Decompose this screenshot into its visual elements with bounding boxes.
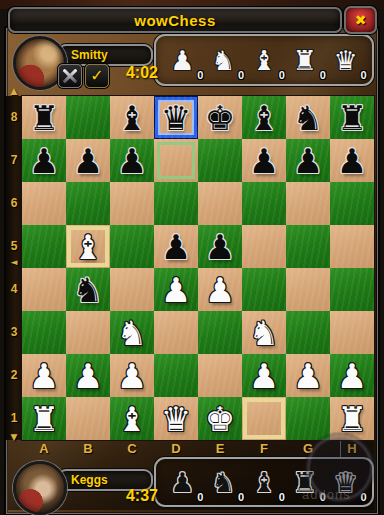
square-g2[interactable]: ♟ xyxy=(286,354,330,397)
square-h1[interactable]: ♜ xyxy=(330,397,374,440)
piece-white-pawn: ♟ xyxy=(337,359,367,393)
file-label-a: A xyxy=(22,441,66,457)
tray-bottom: ♟0♞0♝0♜0♛0 xyxy=(154,457,374,507)
piece-white-pawn: ♟ xyxy=(293,359,323,393)
square-e3[interactable] xyxy=(198,311,242,354)
close-icon: ✖ xyxy=(355,12,367,28)
piece-white-pawn: ♟ xyxy=(161,273,191,307)
avatar-keggs xyxy=(13,461,67,515)
captured-white-pawn: ♟0 xyxy=(165,37,199,83)
square-d6[interactable] xyxy=(154,182,198,225)
square-g7[interactable]: ♟ xyxy=(286,139,330,182)
square-h6[interactable] xyxy=(330,182,374,225)
rank-label-8: 8 xyxy=(6,96,22,139)
clock-bottom: 4:37 xyxy=(112,487,158,505)
square-d2[interactable] xyxy=(154,354,198,397)
square-d1[interactable]: ♛ xyxy=(154,397,198,440)
captured-white-rook: ♜0 xyxy=(288,37,322,83)
captured-count: 0 xyxy=(320,69,326,81)
captured-black-rook: ♜0 xyxy=(288,459,322,505)
piece-black-king: ♚ xyxy=(205,101,235,135)
square-c3[interactable]: ♞ xyxy=(110,311,154,354)
captured-count: 0 xyxy=(320,491,326,503)
square-g5[interactable] xyxy=(286,225,330,268)
piece-white-rook: ♜ xyxy=(337,402,367,436)
square-a6[interactable] xyxy=(22,182,66,225)
piece-white-knight: ♞ xyxy=(117,316,147,350)
square-c1[interactable]: ♝ xyxy=(110,397,154,440)
piece-white-rook: ♜ xyxy=(29,402,59,436)
square-e7[interactable] xyxy=(198,139,242,182)
piece-black-bishop: ♝ xyxy=(117,101,147,135)
square-b8[interactable] xyxy=(66,96,110,139)
rank-label-3: 3 xyxy=(6,311,22,354)
square-c2[interactable]: ♟ xyxy=(110,354,154,397)
scroll-down-arrow[interactable]: ▼ xyxy=(6,432,22,442)
square-f1[interactable] xyxy=(242,397,286,440)
square-h5[interactable] xyxy=(330,225,374,268)
square-a5[interactable] xyxy=(22,225,66,268)
captured-count: 0 xyxy=(279,491,285,503)
square-g8[interactable]: ♞ xyxy=(286,96,330,139)
square-b2[interactable]: ♟ xyxy=(66,354,110,397)
square-b1[interactable] xyxy=(66,397,110,440)
square-h8[interactable]: ♜ xyxy=(330,96,374,139)
captured-white-bishop: ♝0 xyxy=(247,37,281,83)
clock-top: 4:02 xyxy=(112,64,158,82)
captured-white-queen: ♛0 xyxy=(329,37,363,83)
piece-black-rook: ♜ xyxy=(29,101,59,135)
captured-count: 0 xyxy=(238,491,244,503)
rank-label-6: 6 xyxy=(6,182,22,225)
white-knight-icon: ♞ xyxy=(211,47,235,74)
challenge-button[interactable] xyxy=(58,64,82,88)
captured-count: 0 xyxy=(197,69,203,81)
piece-black-rook: ♜ xyxy=(337,101,367,135)
square-e8[interactable]: ♚ xyxy=(198,96,242,139)
black-queen-icon: ♛ xyxy=(333,469,357,496)
square-f6[interactable] xyxy=(242,182,286,225)
piece-white-knight: ♞ xyxy=(249,316,279,350)
piece-black-pawn: ♟ xyxy=(161,230,191,264)
piece-white-pawn: ♟ xyxy=(205,273,235,307)
square-d8[interactable]: ♛ xyxy=(154,96,198,139)
square-e4[interactable]: ♟ xyxy=(198,268,242,311)
piece-white-bishop: ♝ xyxy=(73,230,103,264)
square-c8[interactable]: ♝ xyxy=(110,96,154,139)
square-g3[interactable] xyxy=(286,311,330,354)
square-c7[interactable]: ♟ xyxy=(110,139,154,182)
square-a2[interactable]: ♟ xyxy=(22,354,66,397)
piece-white-pawn: ♟ xyxy=(249,359,279,393)
file-label-h: H xyxy=(330,441,374,457)
file-label-e: E xyxy=(198,441,242,457)
captured-black-queen: ♛0 xyxy=(329,459,363,505)
rank-label-7: 7 xyxy=(6,139,22,182)
square-e5[interactable]: ♟ xyxy=(198,225,242,268)
piece-white-queen: ♛ xyxy=(161,402,191,436)
file-label-f: F xyxy=(242,441,286,457)
rank-label-2: 2 xyxy=(6,354,22,397)
checkmark-icon: ✓ xyxy=(90,68,103,84)
nameplate-top: Smitty xyxy=(57,44,153,66)
captured-white-knight: ♞0 xyxy=(206,37,240,83)
square-e2[interactable] xyxy=(198,354,242,397)
piece-black-knight: ♞ xyxy=(293,101,323,135)
square-e1[interactable]: ♚ xyxy=(198,397,242,440)
wowchess-window: wowChess ✖ Smitty ✓ 4:02 ♟0♞0♝0♜0♛0 8765… xyxy=(0,0,384,515)
square-f4[interactable] xyxy=(242,268,286,311)
square-b5[interactable]: ♝ xyxy=(66,225,110,268)
square-f3[interactable]: ♞ xyxy=(242,311,286,354)
piece-black-pawn: ♟ xyxy=(117,144,147,178)
square-h7[interactable]: ♟ xyxy=(330,139,374,182)
piece-black-pawn: ♟ xyxy=(293,144,323,178)
square-a3[interactable] xyxy=(22,311,66,354)
piece-black-pawn: ♟ xyxy=(337,144,367,178)
square-d5[interactable]: ♟ xyxy=(154,225,198,268)
square-h4[interactable] xyxy=(330,268,374,311)
piece-white-pawn: ♟ xyxy=(29,359,59,393)
board: ♜♝♛♚♝♞♜♟♟♟♟♟♟♝♟♟♞♟♟♞♞♟♟♟♟♟♟♜♝♛♚♜ xyxy=(22,96,374,440)
captured-count: 0 xyxy=(197,491,203,503)
square-b4[interactable]: ♞ xyxy=(66,268,110,311)
square-f8[interactable]: ♝ xyxy=(242,96,286,139)
square-d7[interactable] xyxy=(154,139,198,182)
piece-white-bishop: ♝ xyxy=(117,402,147,436)
square-e6[interactable] xyxy=(198,182,242,225)
square-a7[interactable]: ♟ xyxy=(22,139,66,182)
piece-black-queen: ♛ xyxy=(161,101,191,135)
square-f2[interactable]: ♟ xyxy=(242,354,286,397)
white-rook-icon: ♜ xyxy=(293,47,317,74)
scroll-up-arrow[interactable]: ▲ xyxy=(6,86,22,96)
square-f5[interactable] xyxy=(242,225,286,268)
scroll-left-arrow[interactable]: ◄ xyxy=(6,257,22,267)
file-label-b: B xyxy=(66,441,110,457)
accept-button[interactable]: ✓ xyxy=(85,64,109,88)
captured-black-knight: ♞0 xyxy=(206,459,240,505)
captured-black-pawn: ♟0 xyxy=(165,459,199,505)
square-d4[interactable]: ♟ xyxy=(154,268,198,311)
captured-count: 0 xyxy=(279,69,285,81)
window-title: wowChess xyxy=(134,12,216,29)
square-c4[interactable] xyxy=(110,268,154,311)
piece-black-pawn: ♟ xyxy=(73,144,103,178)
rank-label-4: 4 xyxy=(6,268,22,311)
black-bishop-icon: ♝ xyxy=(252,469,276,496)
captured-count: 0 xyxy=(360,491,366,503)
file-labels: ABCDEFGH xyxy=(22,441,374,457)
square-f7[interactable]: ♟ xyxy=(242,139,286,182)
close-button[interactable]: ✖ xyxy=(344,6,377,34)
piece-black-pawn: ♟ xyxy=(249,144,279,178)
square-g4[interactable] xyxy=(286,268,330,311)
piece-white-pawn: ♟ xyxy=(73,359,103,393)
captured-count: 0 xyxy=(238,69,244,81)
piece-black-pawn: ♟ xyxy=(29,144,59,178)
piece-black-bishop: ♝ xyxy=(249,101,279,135)
black-pawn-icon: ♟ xyxy=(170,469,194,496)
square-c5[interactable] xyxy=(110,225,154,268)
square-d3[interactable] xyxy=(154,311,198,354)
square-b3[interactable] xyxy=(66,311,110,354)
file-label-c: C xyxy=(110,441,154,457)
piece-white-king: ♚ xyxy=(205,402,235,436)
white-queen-icon: ♛ xyxy=(333,47,357,74)
square-c6[interactable] xyxy=(110,182,154,225)
black-knight-icon: ♞ xyxy=(211,469,235,496)
captured-black-bishop: ♝0 xyxy=(247,459,281,505)
white-pawn-icon: ♟ xyxy=(170,47,194,74)
rank-labels: 87654321 xyxy=(6,96,22,440)
piece-black-pawn: ♟ xyxy=(205,230,235,264)
file-label-g: G xyxy=(286,441,330,457)
captured-count: 0 xyxy=(360,69,366,81)
title-bar[interactable]: wowChess xyxy=(8,7,342,33)
file-label-d: D xyxy=(154,441,198,457)
tray-top: ♟0♞0♝0♜0♛0 xyxy=(154,34,374,86)
black-rook-icon: ♜ xyxy=(293,469,317,496)
square-b7[interactable]: ♟ xyxy=(66,139,110,182)
square-a1[interactable]: ♜ xyxy=(22,397,66,440)
square-g1[interactable] xyxy=(286,397,330,440)
square-a8[interactable]: ♜ xyxy=(22,96,66,139)
white-bishop-icon: ♝ xyxy=(252,47,276,74)
square-a4[interactable] xyxy=(22,268,66,311)
piece-black-knight: ♞ xyxy=(73,273,103,307)
piece-white-pawn: ♟ xyxy=(117,359,147,393)
square-g6[interactable] xyxy=(286,182,330,225)
square-h2[interactable]: ♟ xyxy=(330,354,374,397)
square-b6[interactable] xyxy=(66,182,110,225)
square-h3[interactable] xyxy=(330,311,374,354)
